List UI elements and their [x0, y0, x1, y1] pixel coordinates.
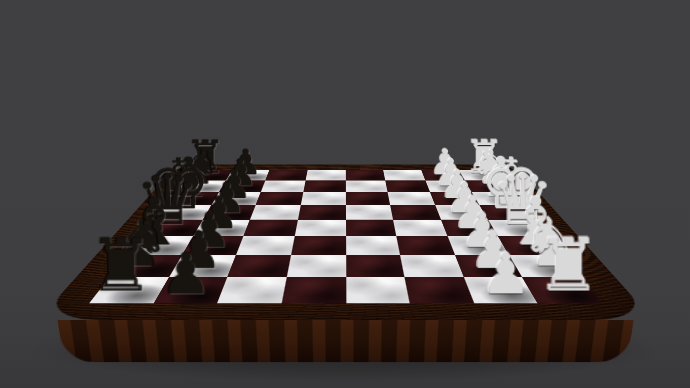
wood-board-front-edge: [57, 319, 633, 361]
square-b2: ♟: [454, 255, 522, 277]
square-e3: [390, 204, 441, 219]
square-f3: [387, 192, 434, 205]
square-c8: ♝: [126, 236, 192, 255]
piece-shadow: [537, 283, 611, 304]
square-d8: ♛: [141, 219, 202, 236]
square-d1: ♛: [488, 219, 549, 236]
square-e4: [345, 204, 393, 219]
square-c1: ♝: [498, 236, 564, 255]
square-b7: ♟: [168, 255, 236, 277]
square-a3: [404, 277, 473, 303]
square-f8: ♝: [166, 192, 218, 205]
square-g4: [345, 180, 387, 192]
piece-shadow: [490, 208, 542, 220]
board-squares: ♜♟♟♜♞♟♟♞♝♟♟♝♚♟♟♚♛♟♟♛♝♟♟♝♞♟♟♞♜♟♟♜: [88, 170, 601, 303]
square-f1: ♝: [472, 192, 524, 205]
square-h4: [345, 170, 385, 180]
square-e5: [297, 204, 345, 219]
square-f2: ♟: [429, 192, 479, 205]
square-c3: [396, 236, 454, 255]
square-a5: [281, 277, 345, 303]
square-a6: [217, 277, 286, 303]
square-g2: ♟: [425, 180, 472, 192]
square-h5: [305, 170, 345, 180]
square-b5: [286, 255, 345, 277]
square-h6: [265, 170, 307, 180]
square-g6: [261, 180, 305, 192]
square-b3: [400, 255, 463, 277]
square-f6: [256, 192, 303, 205]
square-h1: ♜: [459, 170, 505, 180]
square-d6: [243, 219, 297, 236]
square-g1: ♞: [465, 180, 514, 192]
square-e7: ♟: [202, 204, 255, 219]
square-c5: [290, 236, 345, 255]
square-g5: [303, 180, 345, 192]
square-c6: [236, 236, 294, 255]
chess-board: ♜♟♟♜♞♟♟♞♝♟♟♝♚♟♟♚♛♟♟♛♝♟♟♝♞♟♟♞♜♟♟♜: [37, 164, 653, 319]
piece-shadow: [499, 223, 556, 237]
square-d7: ♟: [192, 219, 249, 236]
square-b6: [227, 255, 290, 277]
square-c7: ♟: [181, 236, 243, 255]
square-g7: ♟: [218, 180, 265, 192]
piece-white-knight: ♞: [461, 143, 524, 191]
piece-shadow: [510, 241, 571, 257]
square-d4: [345, 219, 396, 236]
square-g3: [385, 180, 429, 192]
square-h8: ♜: [185, 170, 231, 180]
square-c4: [345, 236, 400, 255]
piece-shadow: [522, 260, 589, 278]
square-h2: ♟: [421, 170, 465, 180]
square-h3: [383, 170, 425, 180]
piece-black-knight: ♞: [166, 143, 229, 191]
square-b4: [345, 255, 404, 277]
square-d5: [294, 219, 345, 236]
square-d3: [393, 219, 447, 236]
square-f4: [345, 192, 390, 205]
square-b1: ♞: [509, 255, 581, 277]
square-f5: [300, 192, 345, 205]
square-a4: [345, 277, 409, 303]
scene: ♜♟♟♜♞♟♟♞♝♟♟♝♚♟♟♚♛♟♟♛♝♟♟♝♞♟♟♞♜♟♟♜: [0, 0, 690, 388]
square-h7: ♟: [225, 170, 269, 180]
square-e6: [250, 204, 301, 219]
square-g8: ♞: [176, 180, 225, 192]
square-e8: ♚: [155, 204, 211, 219]
square-f7: ♟: [211, 192, 261, 205]
